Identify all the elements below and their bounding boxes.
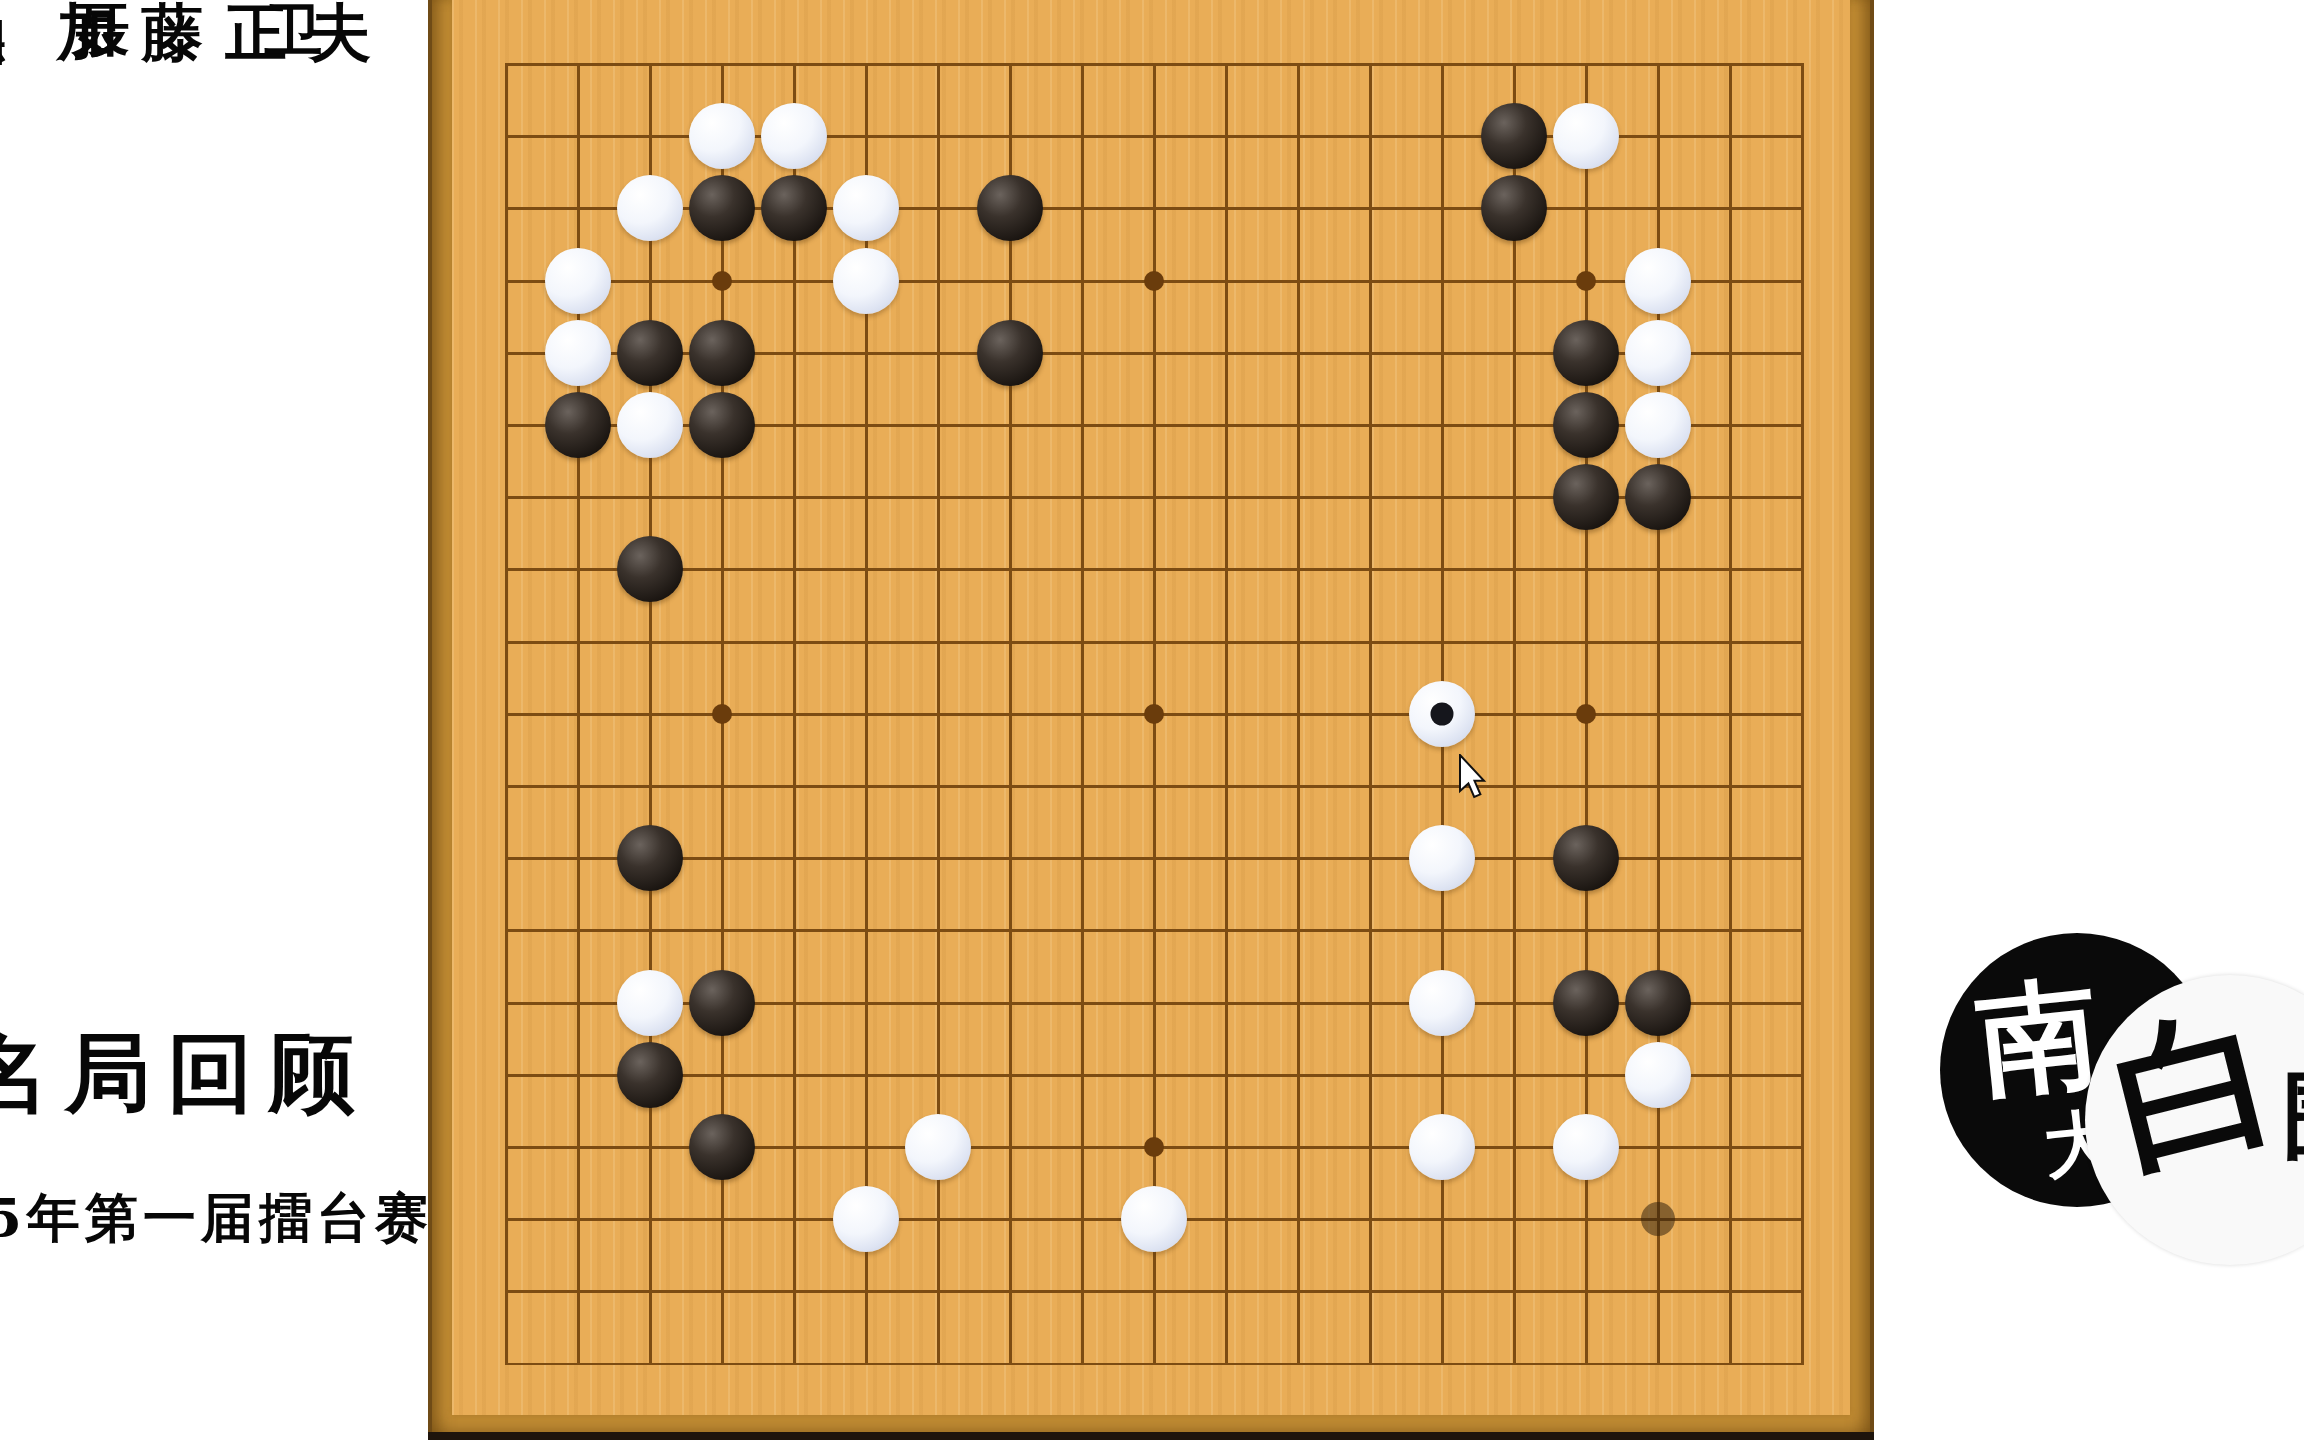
stone-white[interactable] — [1625, 1042, 1691, 1108]
stone-white[interactable] — [545, 248, 611, 314]
star-point — [1576, 271, 1596, 291]
stone-black[interactable] — [1553, 825, 1619, 891]
stone-white[interactable] — [1625, 320, 1691, 386]
stone-black[interactable] — [1553, 970, 1619, 1036]
stone-white[interactable] — [1553, 1114, 1619, 1180]
stone-white[interactable] — [1409, 825, 1475, 891]
board-front-shadow — [428, 1432, 1874, 1440]
stone-white[interactable] — [833, 1186, 899, 1252]
star-point — [712, 704, 732, 724]
stone-white[interactable] — [689, 103, 755, 169]
stone-white[interactable] — [545, 320, 611, 386]
stone-white[interactable] — [1409, 681, 1475, 747]
stone-black[interactable] — [1553, 464, 1619, 530]
stone-white[interactable] — [761, 103, 827, 169]
logo-char-nan: 南 — [1972, 971, 2104, 1103]
stone-white[interactable] — [1409, 970, 1475, 1036]
stone-white[interactable] — [833, 175, 899, 241]
stone-black[interactable] — [977, 175, 1043, 241]
stone-black[interactable] — [617, 536, 683, 602]
stone-white[interactable] — [833, 248, 899, 314]
stone-black[interactable] — [689, 970, 755, 1036]
last-move-marker — [1431, 702, 1454, 725]
star-point — [712, 271, 732, 291]
stone-black[interactable] — [761, 175, 827, 241]
stone-black[interactable] — [1625, 970, 1691, 1036]
star-point — [1144, 1137, 1164, 1157]
stone-white[interactable] — [1625, 248, 1691, 314]
logo-char-partial: 围 — [2281, 1067, 2304, 1162]
go-board[interactable] — [428, 0, 1874, 1440]
stone-white[interactable] — [1625, 392, 1691, 458]
stone-black[interactable] — [617, 320, 683, 386]
series-title: 名局回顾 — [0, 1028, 371, 1118]
star-point — [1576, 704, 1596, 724]
stone-black[interactable] — [617, 825, 683, 891]
stone-black[interactable] — [977, 320, 1043, 386]
stone-white[interactable] — [1409, 1114, 1475, 1180]
stone-black[interactable] — [689, 392, 755, 458]
stone-black[interactable] — [1553, 392, 1619, 458]
event-subtitle: 5年第一届擂台赛 — [0, 1190, 433, 1246]
board-face — [452, 0, 1850, 1415]
stone-white[interactable] — [617, 970, 683, 1036]
stone-black[interactable] — [1481, 103, 1547, 169]
mouse-cursor-icon — [1458, 754, 1488, 800]
logo-char-bai: 白 — [2098, 992, 2290, 1184]
star-point — [1144, 271, 1164, 291]
stone-black[interactable] — [1553, 320, 1619, 386]
ghost-stone — [1641, 1202, 1675, 1236]
black-label-partial: 黑 — [0, 4, 6, 65]
star-point — [1144, 704, 1164, 724]
stone-white[interactable] — [1121, 1186, 1187, 1252]
screen: 白 加藤正夫 黑 聂 卫 平 名局回顾 5年第一届擂台赛 南 大 白 围 — [0, 0, 2304, 1440]
stones-layer — [452, 0, 1850, 1415]
stone-black[interactable] — [1625, 464, 1691, 530]
stone-white[interactable] — [617, 392, 683, 458]
stone-black[interactable] — [1481, 175, 1547, 241]
stone-white[interactable] — [905, 1114, 971, 1180]
stone-black[interactable] — [689, 1114, 755, 1180]
stone-black[interactable] — [689, 175, 755, 241]
stone-white[interactable] — [617, 175, 683, 241]
stone-black[interactable] — [689, 320, 755, 386]
stone-black[interactable] — [617, 1042, 683, 1108]
logo-white-stone: 白 围 — [2085, 975, 2304, 1265]
stone-black[interactable] — [545, 392, 611, 458]
stone-white[interactable] — [1553, 103, 1619, 169]
channel-logo: 南 大 白 围 — [1940, 933, 2304, 1273]
